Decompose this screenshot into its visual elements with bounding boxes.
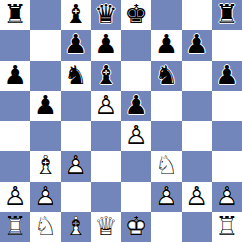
piece-glyph-outline: ♙ <box>124 122 147 148</box>
square-e4[interactable]: ♟♙ <box>121 121 151 151</box>
square-d5[interactable]: ♟♙ <box>91 91 121 121</box>
piece-glyph: ♝ <box>94 62 117 88</box>
piece-glyph: ♟ <box>3 62 26 88</box>
square-e2[interactable] <box>121 182 151 212</box>
square-e3[interactable] <box>121 151 151 181</box>
piece-white-pawn[interactable]: ♟♙ <box>61 151 91 181</box>
piece-white-knight[interactable]: ♞♘ <box>151 151 181 181</box>
piece-black-knight[interactable]: ♞ <box>61 61 91 91</box>
square-c7[interactable]: ♟ <box>61 30 91 60</box>
square-g4[interactable] <box>182 121 212 151</box>
square-f6[interactable]: ♞ <box>151 61 181 91</box>
square-c8[interactable]: ♝ <box>61 0 91 30</box>
square-d6[interactable]: ♝ <box>91 61 121 91</box>
piece-glyph-outline: ♙ <box>64 152 87 178</box>
piece-glyph: ♟ <box>124 92 147 118</box>
piece-white-bishop[interactable]: ♝♗ <box>30 151 60 181</box>
piece-black-pawn[interactable]: ♟ <box>121 91 151 121</box>
square-a7[interactable] <box>0 30 30 60</box>
square-b5[interactable]: ♟ <box>30 91 60 121</box>
square-d8[interactable]: ♛ <box>91 0 121 30</box>
piece-black-knight[interactable]: ♞ <box>151 61 181 91</box>
piece-glyph: ♟ <box>94 31 117 57</box>
piece-glyph-outline: ♙ <box>155 183 178 209</box>
square-g8[interactable] <box>182 0 212 30</box>
piece-white-pawn[interactable]: ♟♙ <box>30 182 60 212</box>
square-g5[interactable] <box>182 91 212 121</box>
piece-white-pawn[interactable]: ♟♙ <box>212 182 242 212</box>
square-g6[interactable] <box>182 61 212 91</box>
square-d2[interactable] <box>91 182 121 212</box>
piece-black-pawn[interactable]: ♟ <box>0 61 30 91</box>
square-g3[interactable] <box>182 151 212 181</box>
square-f5[interactable] <box>151 91 181 121</box>
piece-glyph-outline: ♙ <box>3 183 26 209</box>
piece-black-bishop[interactable]: ♝ <box>91 61 121 91</box>
piece-black-queen[interactable]: ♛ <box>91 0 121 30</box>
square-f1[interactable] <box>151 212 181 242</box>
square-a8[interactable]: ♜ <box>0 0 30 30</box>
square-h7[interactable] <box>212 30 242 60</box>
square-a5[interactable] <box>0 91 30 121</box>
square-b2[interactable]: ♟♙ <box>30 182 60 212</box>
piece-black-pawn[interactable]: ♟ <box>212 61 242 91</box>
square-a2[interactable]: ♟♙ <box>0 182 30 212</box>
piece-glyph: ♜ <box>3 1 26 27</box>
piece-white-pawn[interactable]: ♟♙ <box>151 182 181 212</box>
piece-glyph-outline: ♔ <box>124 213 147 239</box>
square-d7[interactable]: ♟ <box>91 30 121 60</box>
piece-black-pawn[interactable]: ♟ <box>61 30 91 60</box>
square-a6[interactable]: ♟ <box>0 61 30 91</box>
piece-glyph: ♝ <box>64 1 87 27</box>
square-c4[interactable] <box>61 121 91 151</box>
piece-glyph-outline: ♙ <box>94 92 117 118</box>
piece-black-pawn[interactable]: ♟ <box>151 30 181 60</box>
square-e6[interactable] <box>121 61 151 91</box>
square-f7[interactable]: ♟ <box>151 30 181 60</box>
square-e7[interactable] <box>121 30 151 60</box>
square-b1[interactable]: ♞♘ <box>30 212 60 242</box>
piece-glyph-outline: ♕ <box>94 213 117 239</box>
square-e8[interactable]: ♚ <box>121 0 151 30</box>
piece-glyph-outline: ♘ <box>155 152 178 178</box>
piece-glyph-outline: ♙ <box>185 183 208 209</box>
square-f2[interactable]: ♟♙ <box>151 182 181 212</box>
square-c6[interactable]: ♞ <box>61 61 91 91</box>
square-d1[interactable]: ♛♕ <box>91 212 121 242</box>
piece-glyph: ♜ <box>215 1 238 27</box>
piece-glyph-outline: ♙ <box>215 183 238 209</box>
square-h3[interactable] <box>212 151 242 181</box>
chess-board: ♜♝♛♚♜♟♟♟♟♟♞♝♞♟♟♟♙♟♟♙♝♗♟♙♞♘♟♙♟♙♟♙♟♙♟♙♜♖♞♘… <box>0 0 242 242</box>
square-a3[interactable] <box>0 151 30 181</box>
piece-white-pawn[interactable]: ♟♙ <box>121 121 151 151</box>
piece-glyph: ♞ <box>64 62 87 88</box>
square-a4[interactable] <box>0 121 30 151</box>
square-h2[interactable]: ♟♙ <box>212 182 242 212</box>
piece-white-knight[interactable]: ♞♘ <box>30 212 60 242</box>
square-a1[interactable]: ♜♖ <box>0 212 30 242</box>
piece-glyph: ♚ <box>124 1 147 27</box>
piece-black-bishop[interactable]: ♝ <box>61 0 91 30</box>
piece-glyph-outline: ♗ <box>34 152 57 178</box>
piece-glyph: ♟ <box>185 31 208 57</box>
piece-black-rook[interactable]: ♜ <box>212 0 242 30</box>
piece-glyph: ♟ <box>155 31 178 57</box>
square-e1[interactable]: ♚♔ <box>121 212 151 242</box>
square-b6[interactable] <box>30 61 60 91</box>
piece-glyph: ♟ <box>215 62 238 88</box>
square-g2[interactable]: ♟♙ <box>182 182 212 212</box>
piece-glyph: ♟ <box>34 92 57 118</box>
square-g7[interactable]: ♟ <box>182 30 212 60</box>
square-c1[interactable]: ♝♗ <box>61 212 91 242</box>
square-h8[interactable]: ♜ <box>212 0 242 30</box>
piece-white-queen[interactable]: ♛♕ <box>91 212 121 242</box>
square-g1[interactable] <box>182 212 212 242</box>
square-c3[interactable]: ♟♙ <box>61 151 91 181</box>
piece-glyph: ♟ <box>64 31 87 57</box>
square-f8[interactable] <box>151 0 181 30</box>
square-b3[interactable]: ♝♗ <box>30 151 60 181</box>
piece-black-rook[interactable]: ♜ <box>0 0 30 30</box>
piece-white-bishop[interactable]: ♝♗ <box>61 212 91 242</box>
piece-white-king[interactable]: ♚♔ <box>121 212 151 242</box>
square-d4[interactable] <box>91 121 121 151</box>
square-e5[interactable]: ♟ <box>121 91 151 121</box>
square-h4[interactable] <box>212 121 242 151</box>
piece-white-pawn[interactable]: ♟♙ <box>91 91 121 121</box>
piece-black-pawn[interactable]: ♟ <box>91 30 121 60</box>
square-h1[interactable]: ♜♖ <box>212 212 242 242</box>
piece-glyph-outline: ♘ <box>34 213 57 239</box>
square-c2[interactable] <box>61 182 91 212</box>
square-d3[interactable] <box>91 151 121 181</box>
piece-glyph-outline: ♗ <box>64 213 87 239</box>
piece-white-rook[interactable]: ♜♖ <box>0 212 30 242</box>
piece-glyph-outline: ♙ <box>34 183 57 209</box>
square-c5[interactable] <box>61 91 91 121</box>
square-f4[interactable] <box>151 121 181 151</box>
square-f3[interactable]: ♞♘ <box>151 151 181 181</box>
square-b8[interactable] <box>30 0 60 30</box>
piece-glyph-outline: ♖ <box>215 213 238 239</box>
piece-white-rook[interactable]: ♜♖ <box>212 212 242 242</box>
piece-white-pawn[interactable]: ♟♙ <box>182 182 212 212</box>
piece-black-pawn[interactable]: ♟ <box>30 91 60 121</box>
square-h6[interactable]: ♟ <box>212 61 242 91</box>
square-h5[interactable] <box>212 91 242 121</box>
piece-black-king[interactable]: ♚ <box>121 0 151 30</box>
square-b7[interactable] <box>30 30 60 60</box>
piece-black-pawn[interactable]: ♟ <box>182 30 212 60</box>
piece-glyph-outline: ♖ <box>3 213 26 239</box>
piece-white-pawn[interactable]: ♟♙ <box>0 182 30 212</box>
piece-glyph: ♞ <box>155 62 178 88</box>
square-b4[interactable] <box>30 121 60 151</box>
piece-glyph: ♛ <box>94 1 117 27</box>
